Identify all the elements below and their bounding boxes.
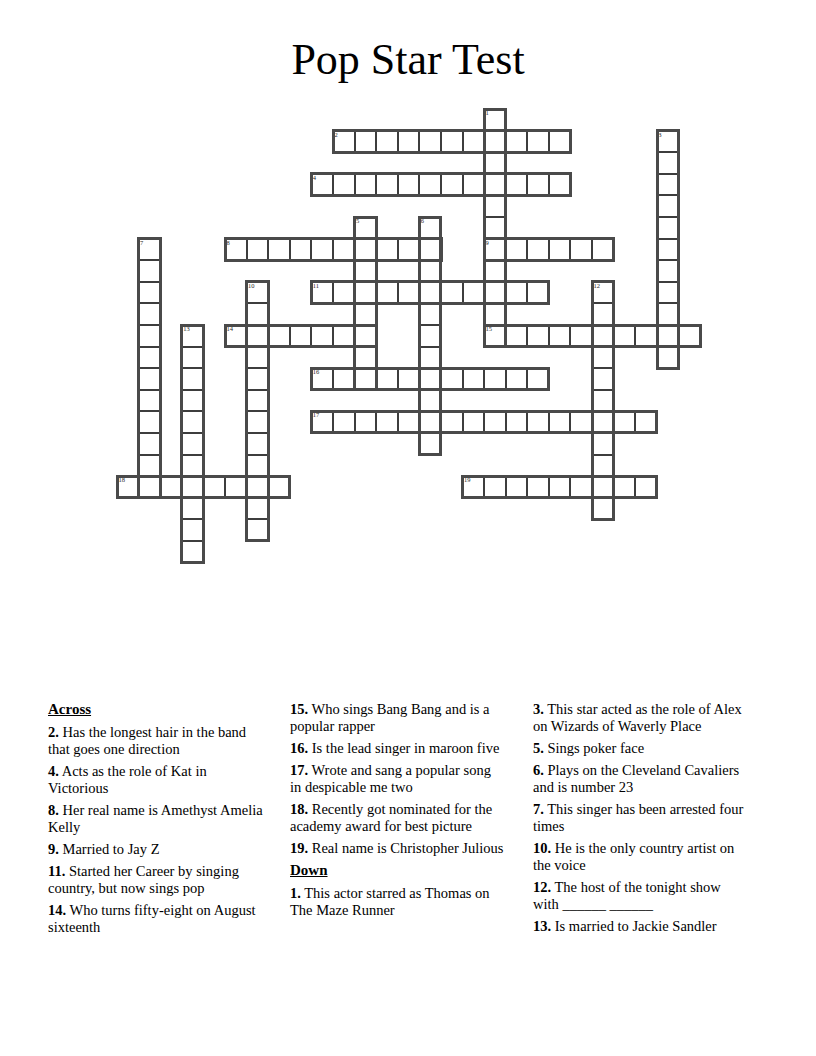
grid-cell[interactable] [376,131,398,153]
grid-cell[interactable] [419,282,441,304]
clue-number: 15. [290,701,308,717]
grid-cell[interactable] [182,411,204,433]
grid-cell[interactable] [182,368,204,390]
grid-cell[interactable] [506,131,528,153]
grid-cell[interactable] [592,325,614,347]
grid-cell[interactable] [463,282,485,304]
grid-cell[interactable] [592,390,614,412]
grid-cell[interactable] [333,282,355,304]
grid-cell[interactable] [355,368,377,390]
grid-cell[interactable] [657,174,679,196]
grid-cell[interactable]: 4 [311,174,333,196]
grid-cell[interactable] [419,131,441,153]
grid-cell[interactable] [657,152,679,174]
clue-column: 3. This star acted as the role of Alex o… [533,701,749,940]
cell-number: 4 [313,174,316,182]
cell-number: 10 [248,282,255,290]
grid-cell[interactable] [268,239,290,261]
grid-cell[interactable] [139,368,161,390]
grid-cell[interactable] [268,476,290,498]
grid-cell[interactable] [506,411,528,433]
grid-cell[interactable] [139,325,161,347]
grid-cell[interactable]: 17 [311,411,333,433]
clue-number: 10. [533,840,551,856]
grid-cell[interactable] [419,303,441,325]
grid-cell[interactable] [506,282,528,304]
grid-cell[interactable] [355,260,377,282]
grid-cell[interactable] [333,239,355,261]
grid-cell[interactable] [570,239,592,261]
grid-cell[interactable] [419,347,441,369]
grid-cell[interactable] [398,131,420,153]
grid-cell[interactable] [527,411,549,433]
grid-cell[interactable] [657,239,679,261]
cell-number: 19 [464,476,471,484]
clue-number: 18. [290,801,308,817]
clue-number: 17. [290,762,308,778]
grid-cell[interactable] [398,239,420,261]
clue: 9. Married to Jay Z [48,841,266,858]
grid-cell[interactable] [355,239,377,261]
grid-cell[interactable]: 9 [484,239,506,261]
clue-number: 4. [48,763,59,779]
grid-cell[interactable] [376,282,398,304]
clue: 10. He is the only country artist on the… [533,840,749,874]
grid-cell[interactable] [311,325,333,347]
clue: 1. This actor starred as Thomas on The M… [290,885,504,919]
grid-cell[interactable] [247,433,269,455]
grid-cell[interactable] [592,411,614,433]
grid-cell[interactable] [614,325,636,347]
grid-cell[interactable] [376,174,398,196]
cell-number: 13 [183,325,190,333]
grid-cell[interactable]: 1 [484,109,506,131]
grid-cell[interactable] [635,476,657,498]
grid-cell[interactable] [355,303,377,325]
grid-cell[interactable] [247,498,269,520]
grid-cell[interactable] [160,476,182,498]
grid-cell[interactable] [506,239,528,261]
grid-cell[interactable] [592,455,614,477]
cell-number: 5 [356,217,359,225]
grid-cell[interactable] [376,239,398,261]
grid-cell[interactable] [139,347,161,369]
cell-number: 17 [313,411,320,419]
clue: 14. Who turns fifty-eight on August sixt… [48,902,266,936]
grid-cell[interactable] [506,368,528,390]
cell-number: 9 [486,239,489,247]
cell-number: 6 [421,217,424,225]
grid-cell[interactable] [182,476,204,498]
cell-number: 7 [140,239,143,247]
clue: 11. Started her Career by singing countr… [48,863,266,897]
grid-cell[interactable] [441,131,463,153]
clue-number: 9. [48,841,59,857]
grid-cell[interactable] [268,325,290,347]
clue: 12. The host of the tonight show with __… [533,879,749,913]
grid-cell[interactable] [182,390,204,412]
grid-cell[interactable]: 3 [657,131,679,153]
grid-cell[interactable] [635,411,657,433]
grid-cell[interactable] [506,325,528,347]
grid-cell[interactable] [139,411,161,433]
grid-cell[interactable] [182,347,204,369]
grid-cell[interactable] [203,476,225,498]
grid-cell[interactable] [549,325,571,347]
grid-cell[interactable] [506,476,528,498]
grid-cell[interactable] [290,325,312,347]
grid-cell[interactable] [182,433,204,455]
grid-cell[interactable] [527,368,549,390]
grid-cell[interactable] [247,368,269,390]
cell-number: 14 [226,325,233,333]
grid-cell[interactable] [247,347,269,369]
cell-number: 11 [313,282,319,290]
grid-cell[interactable]: 16 [311,368,333,390]
grid-cell[interactable] [463,174,485,196]
clue-number: 14. [48,902,66,918]
grid-cell[interactable] [290,239,312,261]
grid-cell[interactable] [139,455,161,477]
grid-cell[interactable] [527,239,549,261]
grid-cell[interactable] [419,239,441,261]
grid-cell[interactable]: 18 [117,476,139,498]
clue-number: 6. [533,762,544,778]
grid-cell[interactable] [484,152,506,174]
grid-cell[interactable]: 15 [484,325,506,347]
clue: 19. Real name is Christopher Julious [290,840,504,857]
grid-cell[interactable] [592,476,614,498]
grid-cell[interactable] [463,131,485,153]
clue-number: 8. [48,802,59,818]
clue-number: 16. [290,740,308,756]
grid-cell[interactable] [484,476,506,498]
grid-cell[interactable] [592,368,614,390]
grid-cell[interactable] [527,282,549,304]
clue-number: 1. [290,885,301,901]
clue: 16. Is the lead singer in maroon five [290,740,504,757]
puzzle-title: Pop Star Test [0,38,816,82]
grid-cell[interactable] [484,195,506,217]
grid-cell[interactable] [657,347,679,369]
grid-cell[interactable] [355,174,377,196]
clue-number: 2. [48,724,59,740]
grid-cell[interactable] [463,368,485,390]
grid-cell[interactable] [549,131,571,153]
clue-number: 5. [533,740,544,756]
grid-cell[interactable] [182,455,204,477]
grid-cell[interactable] [592,433,614,455]
grid-cell[interactable]: 12 [592,282,614,304]
grid-cell[interactable] [333,174,355,196]
grid-cell[interactable] [355,325,377,347]
clue: 15. Who sings Bang Bang and is a popular… [290,701,504,735]
clue: 5. Sings poker face [533,740,749,757]
grid-cell[interactable] [549,174,571,196]
clue-section-header: Down [290,862,504,879]
grid-cell[interactable] [333,368,355,390]
clue: 18. Recently got nominated for the acade… [290,801,504,835]
grid-cell[interactable]: 19 [463,476,485,498]
cell-number: 15 [486,325,493,333]
grid-cell[interactable] [570,325,592,347]
grid-cell[interactable] [484,217,506,239]
cell-number: 16 [313,368,320,376]
grid-cell[interactable] [333,325,355,347]
grid-cell[interactable]: 13 [182,325,204,347]
cell-number: 1 [486,109,489,117]
grid-cell[interactable] [139,303,161,325]
grid-cell[interactable] [441,282,463,304]
grid-cell[interactable] [678,325,700,347]
clue-column: Across2. Has the longest hair in the ban… [48,701,266,941]
clue: 6. Plays on the Cleveland Cavaliers and … [533,762,749,796]
grid-cell[interactable]: 2 [333,131,355,153]
grid-cell[interactable]: 11 [311,282,333,304]
grid-cell[interactable] [484,411,506,433]
clue-number: 3. [533,701,544,717]
grid-cell[interactable] [355,282,377,304]
grid-cell[interactable] [463,411,485,433]
grid-cell[interactable] [247,455,269,477]
grid-cell[interactable] [139,282,161,304]
clue: 8. Her real name is Amethyst Amelia Kell… [48,802,266,836]
clue-section-header: Across [48,701,266,718]
grid-cell[interactable] [419,390,441,412]
crossword-grid: 12345678910111213141516171819 [117,109,700,562]
grid-cell[interactable] [657,260,679,282]
grid-cell[interactable] [419,260,441,282]
cell-number: 8 [226,239,229,247]
cell-number: 12 [594,282,601,290]
grid-cell[interactable] [333,411,355,433]
grid-cell[interactable] [635,325,657,347]
grid-cell[interactable] [570,476,592,498]
grid-cell[interactable] [398,282,420,304]
grid-cell[interactable] [592,498,614,520]
grid-cell[interactable] [247,519,269,541]
grid-cell[interactable] [355,411,377,433]
grid-cell[interactable] [139,260,161,282]
grid-cell[interactable] [376,368,398,390]
grid-cell[interactable] [419,433,441,455]
grid-cell[interactable] [311,239,333,261]
grid-cell[interactable] [139,390,161,412]
grid-cell[interactable] [570,411,592,433]
clue: 4. Acts as the role of Kat in Victorious [48,763,266,797]
grid-cell[interactable] [247,476,269,498]
clue-number: 12. [533,879,551,895]
grid-cell[interactable] [182,541,204,563]
grid-cell[interactable] [247,411,269,433]
clue-column: 15. Who sings Bang Bang and is a popular… [290,701,504,924]
grid-cell[interactable] [182,519,204,541]
grid-cell[interactable] [355,131,377,153]
clue: 7. This singer has been arrested four ti… [533,801,749,835]
grid-cell[interactable] [657,195,679,217]
cell-number: 2 [334,131,337,139]
cell-number: 18 [119,476,126,484]
grid-cell[interactable] [484,131,506,153]
grid-cell[interactable] [247,239,269,261]
grid-cell[interactable] [527,131,549,153]
cell-number: 3 [658,131,661,139]
grid-cell[interactable] [614,411,636,433]
grid-cell[interactable] [484,260,506,282]
grid-cell[interactable] [441,174,463,196]
grid-cell[interactable] [592,347,614,369]
grid-cell[interactable] [484,368,506,390]
grid-cell[interactable]: 8 [225,239,247,261]
grid-cell[interactable] [484,282,506,304]
grid-cell[interactable] [398,174,420,196]
grid-cell[interactable]: 14 [225,325,247,347]
clue: 17. Wrote and sang a popular song in des… [290,762,504,796]
grid-cell[interactable] [419,174,441,196]
grid-cell[interactable]: 6 [419,217,441,239]
grid-cell[interactable] [484,174,506,196]
clue-number: 19. [290,840,308,856]
grid-cell[interactable] [592,303,614,325]
grid-cell[interactable] [247,325,269,347]
grid-cell[interactable] [506,174,528,196]
grid-cell[interactable] [355,347,377,369]
grid-cell[interactable] [441,368,463,390]
grid-cell[interactable] [441,411,463,433]
grid-cell[interactable] [419,411,441,433]
grid-cell[interactable] [419,368,441,390]
grid-cell[interactable] [549,411,571,433]
grid-cell[interactable]: 7 [139,239,161,261]
grid-cell[interactable] [182,498,204,520]
grid-cell[interactable] [398,411,420,433]
grid-cell[interactable] [527,325,549,347]
grid-cell[interactable] [139,476,161,498]
grid-cell[interactable] [527,174,549,196]
clue: 3. This star acted as the role of Alex o… [533,701,749,735]
grid-cell[interactable] [592,239,614,261]
grid-cell[interactable] [139,433,161,455]
grid-cell[interactable] [484,303,506,325]
grid-cell[interactable] [247,390,269,412]
clue-number: 11. [48,863,65,879]
clue-number: 13. [533,918,551,934]
grid-cell[interactable] [376,411,398,433]
grid-cell[interactable] [549,476,571,498]
grid-cell[interactable] [225,476,247,498]
grid-cell[interactable] [247,303,269,325]
worksheet-page: Pop Star Test 12345678910111213141516171… [0,0,816,1056]
clue: 2. Has the longest hair in the band that… [48,724,266,758]
clue-number: 7. [533,801,544,817]
grid-cell[interactable]: 10 [247,282,269,304]
grid-cell[interactable] [614,476,636,498]
clue: 13. Is married to Jackie Sandler [533,918,749,935]
grid-cell[interactable] [419,325,441,347]
grid-cell[interactable] [657,325,679,347]
grid-cell[interactable] [657,282,679,304]
grid-cell[interactable] [657,217,679,239]
grid-cell[interactable] [398,368,420,390]
grid-cell[interactable] [527,476,549,498]
grid-cell[interactable] [657,303,679,325]
grid-cell[interactable] [549,239,571,261]
grid-cell[interactable]: 5 [355,217,377,239]
